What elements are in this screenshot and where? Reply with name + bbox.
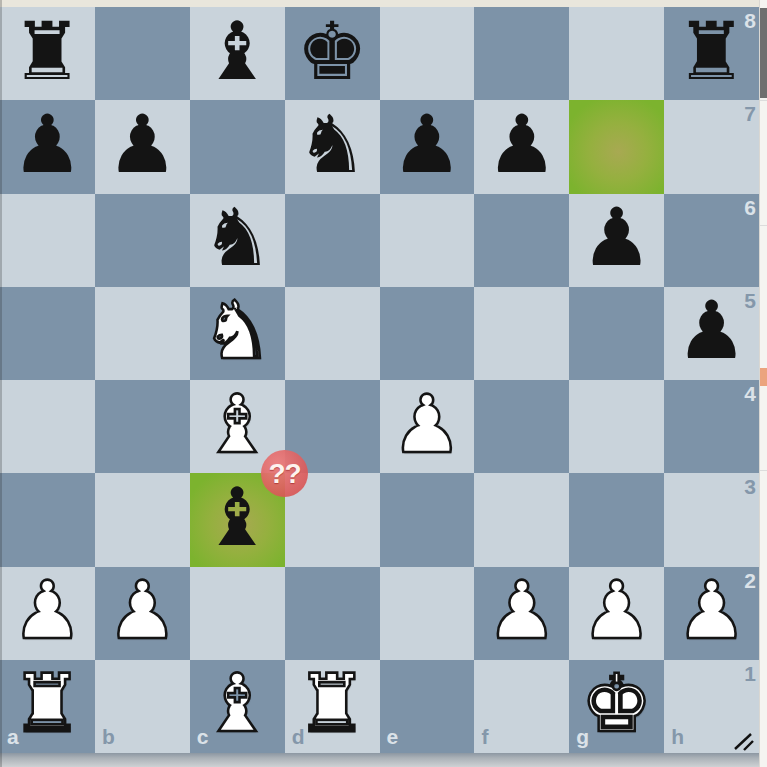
square-g1[interactable]: ♚ (569, 660, 664, 753)
piece-white-pawn[interactable]: ♟︎ (581, 571, 653, 651)
piece-black-bishop[interactable]: ♝ (201, 478, 273, 558)
piece-black-knight[interactable]: ♞ (296, 105, 368, 185)
square-d8[interactable]: ♚ (285, 7, 380, 100)
piece-black-bishop[interactable]: ♝ (201, 12, 273, 92)
square-e4[interactable]: ♟︎ (380, 380, 475, 473)
square-a4[interactable] (0, 380, 95, 473)
panel-accent-item[interactable] (760, 368, 767, 386)
piece-white-knight[interactable]: ♞ (201, 291, 273, 371)
square-c6[interactable]: ♞ (190, 194, 285, 287)
square-e1[interactable] (380, 660, 475, 753)
piece-white-bishop[interactable]: ♝ (201, 385, 273, 465)
square-f5[interactable] (474, 287, 569, 380)
square-f7[interactable]: ♟︎ (474, 100, 569, 193)
piece-white-rook[interactable]: ♜ (296, 664, 368, 744)
square-h3[interactable] (664, 473, 759, 566)
square-g8[interactable] (569, 7, 664, 100)
square-f6[interactable] (474, 194, 569, 287)
square-a6[interactable] (0, 194, 95, 287)
square-e7[interactable]: ♟︎ (380, 100, 475, 193)
square-a2[interactable]: ♟︎ (0, 567, 95, 660)
square-d1[interactable]: ♜ (285, 660, 380, 753)
square-b7[interactable]: ♟︎ (95, 100, 190, 193)
square-b8[interactable] (95, 7, 190, 100)
piece-black-pawn[interactable]: ♟︎ (106, 105, 178, 185)
piece-white-king[interactable]: ♚ (581, 664, 653, 744)
piece-black-king[interactable]: ♚ (296, 12, 368, 92)
square-g6[interactable]: ♟︎ (569, 194, 664, 287)
square-h2[interactable]: ♟︎ (664, 567, 759, 660)
square-b2[interactable]: ♟︎ (95, 567, 190, 660)
piece-white-pawn[interactable]: ♟︎ (676, 571, 748, 651)
square-a8[interactable]: ♜ (0, 7, 95, 100)
square-d7[interactable]: ♞ (285, 100, 380, 193)
panel-divider (760, 100, 767, 101)
square-e2[interactable] (380, 567, 475, 660)
square-h4[interactable] (664, 380, 759, 473)
square-a1[interactable]: ♜ (0, 660, 95, 753)
square-f1[interactable] (474, 660, 569, 753)
square-g5[interactable] (569, 287, 664, 380)
square-c7[interactable] (190, 100, 285, 193)
piece-black-pawn[interactable]: ♟︎ (581, 198, 653, 278)
square-d6[interactable] (285, 194, 380, 287)
square-g2[interactable]: ♟︎ (569, 567, 664, 660)
square-c8[interactable]: ♝ (190, 7, 285, 100)
square-f8[interactable] (474, 7, 569, 100)
panel-divider (760, 225, 767, 226)
window-left-edge (0, 0, 2, 767)
square-a5[interactable] (0, 287, 95, 380)
piece-white-pawn[interactable]: ♟︎ (391, 385, 463, 465)
piece-white-rook[interactable]: ♜ (12, 664, 84, 744)
page-top-strip (0, 0, 759, 7)
square-c5[interactable]: ♞ (190, 287, 285, 380)
square-e6[interactable] (380, 194, 475, 287)
square-f2[interactable]: ♟︎ (474, 567, 569, 660)
chess-board[interactable]: ♜♝♚♜♟︎♟︎♞♟︎♟︎♞♟︎♞♟︎♝♟︎♝♟︎♟︎♟︎♟︎♟︎♜♝♜♚ (0, 7, 759, 753)
piece-black-rook[interactable]: ♜ (12, 12, 84, 92)
blunder-badge: ?? (261, 450, 308, 497)
panel-divider (760, 470, 767, 471)
square-c1[interactable]: ♝ (190, 660, 285, 753)
square-h5[interactable]: ♟︎ (664, 287, 759, 380)
square-a3[interactable] (0, 473, 95, 566)
piece-black-rook[interactable]: ♜ (676, 12, 748, 92)
square-g3[interactable] (569, 473, 664, 566)
piece-black-pawn[interactable]: ♟︎ (486, 105, 558, 185)
piece-white-bishop[interactable]: ♝ (201, 664, 273, 744)
square-f4[interactable] (474, 380, 569, 473)
square-d2[interactable] (285, 567, 380, 660)
square-d5[interactable] (285, 287, 380, 380)
square-b3[interactable] (95, 473, 190, 566)
right-side-panel (759, 0, 767, 767)
piece-white-pawn[interactable]: ♟︎ (486, 571, 558, 651)
square-b1[interactable] (95, 660, 190, 753)
square-g4[interactable] (569, 380, 664, 473)
piece-black-knight[interactable]: ♞ (201, 198, 273, 278)
square-h6[interactable] (664, 194, 759, 287)
piece-black-pawn[interactable]: ♟︎ (391, 105, 463, 185)
piece-white-pawn[interactable]: ♟︎ (12, 571, 84, 651)
square-h7[interactable] (664, 100, 759, 193)
square-e3[interactable] (380, 473, 475, 566)
piece-black-pawn[interactable]: ♟︎ (12, 105, 84, 185)
square-e5[interactable] (380, 287, 475, 380)
square-b5[interactable] (95, 287, 190, 380)
board-bottom-shadow (0, 753, 759, 767)
square-f3[interactable] (474, 473, 569, 566)
piece-black-pawn[interactable]: ♟︎ (676, 291, 748, 371)
piece-white-pawn[interactable]: ♟︎ (106, 571, 178, 651)
resize-handle-icon[interactable] (731, 731, 757, 753)
square-e8[interactable] (380, 7, 475, 100)
square-g7[interactable] (569, 100, 664, 193)
square-b6[interactable] (95, 194, 190, 287)
square-c2[interactable] (190, 567, 285, 660)
square-h8[interactable]: ♜ (664, 7, 759, 100)
square-a7[interactable]: ♟︎ (0, 100, 95, 193)
square-b4[interactable] (95, 380, 190, 473)
scrollbar-thumb[interactable] (760, 8, 767, 98)
